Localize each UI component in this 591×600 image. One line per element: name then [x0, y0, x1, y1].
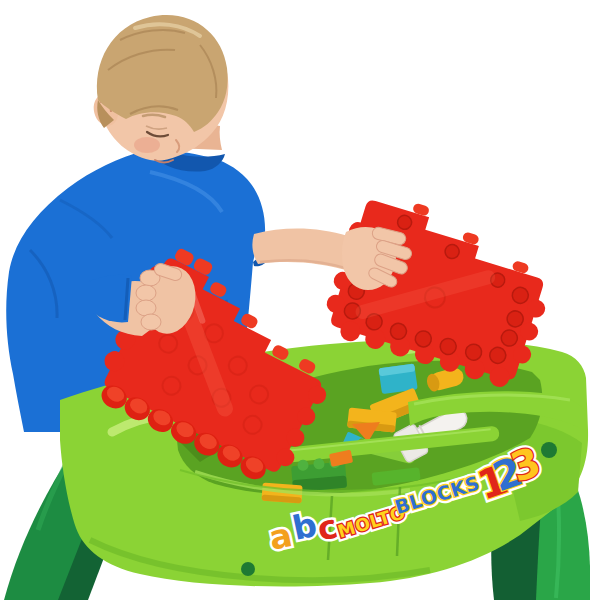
photo-canvas: a b c MOLTO BLOCKS MOLTO BLOCKS 1 2 3 1 … — [0, 0, 591, 600]
screw-cap — [541, 442, 557, 458]
cheek-blush — [134, 137, 160, 153]
finger — [136, 300, 156, 316]
screw-cap — [241, 562, 255, 576]
finger — [141, 314, 161, 330]
finger — [136, 285, 156, 301]
scene: a b c MOLTO BLOCKS MOLTO BLOCKS 1 2 3 1 … — [0, 0, 591, 600]
